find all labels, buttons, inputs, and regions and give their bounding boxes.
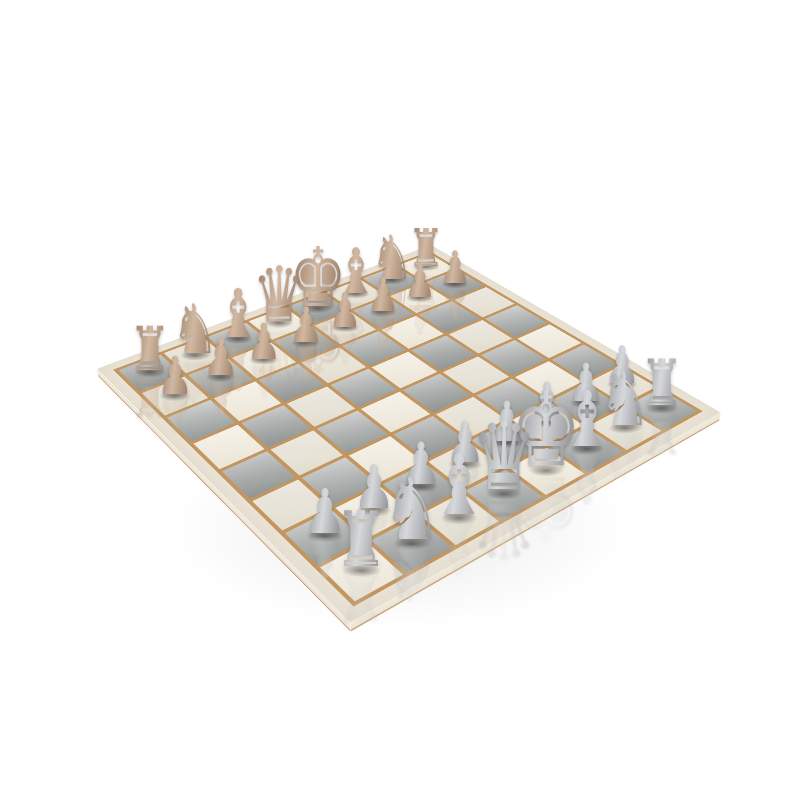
piece-black-pawn-b7[interactable]: ♟ [203,332,239,383]
piece-black-pawn-c7[interactable]: ♟ [247,316,282,366]
piece-white-knight-b1[interactable]: ♞ [381,466,441,552]
chess-set-photo: ♜♜♞♞♝♝♛♛♚♚♝♝♞♞♜♜♟♟♟♟♟♟♟♟♟♟♟♟♟♟♟♟♟♟♟♟♟♟♟♟… [0,0,800,800]
piece-black-pawn-d7[interactable]: ♟ [288,301,322,350]
pieces-layer: ♜♜♞♞♝♝♛♛♚♚♝♝♞♞♜♜♟♟♟♟♟♟♟♟♟♟♟♟♟♟♟♟♟♟♟♟♟♟♟♟… [0,0,800,800]
piece-white-rook-a1[interactable]: ♜ [334,502,388,579]
piece-black-pawn-a7[interactable]: ♟ [157,349,194,401]
piece-black-pawn-g7[interactable]: ♟ [404,258,436,304]
piece-black-pawn-h7[interactable]: ♟ [439,245,470,290]
piece-black-pawn-f7[interactable]: ♟ [367,272,400,319]
piece-black-pawn-e7[interactable]: ♟ [329,286,362,334]
